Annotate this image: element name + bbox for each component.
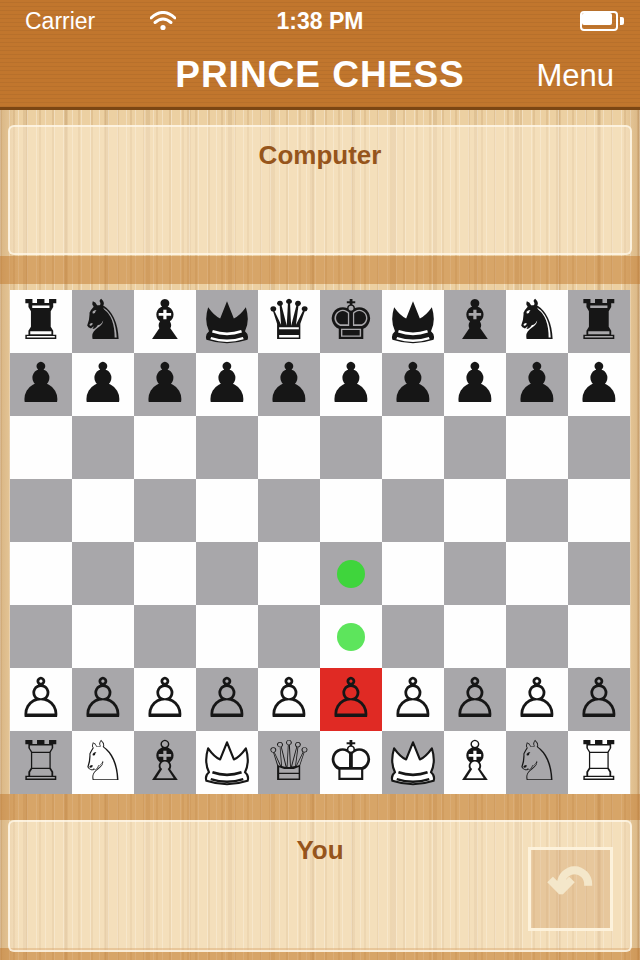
white-pawn: ♙ (140, 671, 189, 726)
board-square[interactable] (258, 416, 320, 479)
black-pawn: ♟ (202, 356, 251, 411)
black-pawn: ♟ (78, 356, 127, 411)
board-square[interactable] (10, 542, 72, 605)
board-square[interactable] (444, 416, 506, 479)
white-knight: ♘ (78, 734, 127, 789)
board-square[interactable]: ♘ (506, 731, 568, 794)
white-pawn: ♙ (202, 671, 251, 726)
board-square[interactable] (196, 542, 258, 605)
black-knight: ♞ (512, 293, 561, 348)
black-pawn: ♟ (16, 356, 65, 411)
board-square[interactable]: ♞ (506, 290, 568, 353)
board-square[interactable] (196, 479, 258, 542)
board-square[interactable] (506, 416, 568, 479)
board-square[interactable] (258, 479, 320, 542)
board-square[interactable]: ♙ (10, 668, 72, 731)
black-rook: ♜ (16, 293, 65, 348)
move-hint-dot[interactable] (337, 623, 365, 651)
board-square[interactable] (444, 542, 506, 605)
white-prince (387, 738, 439, 786)
white-pawn: ♙ (78, 671, 127, 726)
board-square[interactable] (444, 605, 506, 668)
board-square[interactable] (10, 479, 72, 542)
board-square[interactable] (506, 479, 568, 542)
board-square[interactable]: ♕ (258, 731, 320, 794)
board-square[interactable]: ♟ (320, 353, 382, 416)
board-square[interactable]: ♝ (444, 290, 506, 353)
board-square[interactable]: ♟ (196, 353, 258, 416)
board-square[interactable] (568, 542, 630, 605)
black-prince (387, 297, 439, 345)
clock: 1:38 PM (0, 8, 640, 35)
board: ♜♞♝♛♚♝♞♜♟♟♟♟♟♟♟♟♟♟♙♙♙♙♙♙♙♙♙♙♖♘♗♕♔♗♘♖ (10, 290, 630, 794)
board-square[interactable]: ♟ (134, 353, 196, 416)
board-square[interactable] (10, 605, 72, 668)
white-bishop: ♗ (450, 734, 499, 789)
board-square[interactable] (382, 479, 444, 542)
board-square[interactable] (196, 290, 258, 353)
board-square[interactable]: ♙ (568, 668, 630, 731)
board-square[interactable] (72, 416, 134, 479)
status-bar: Carrier 1:38 PM (0, 0, 640, 40)
board-square[interactable] (134, 416, 196, 479)
board-square[interactable]: ♞ (72, 290, 134, 353)
wood-divider (0, 256, 640, 284)
board-square[interactable] (320, 416, 382, 479)
white-pawn: ♙ (264, 671, 313, 726)
board-square[interactable]: ♟ (10, 353, 72, 416)
board-square[interactable]: ♖ (568, 731, 630, 794)
header: Carrier 1:38 PM PRINCE CHESS Menu (0, 0, 640, 110)
board-square[interactable]: ♚ (320, 290, 382, 353)
black-pawn: ♟ (326, 356, 375, 411)
undo-button[interactable]: ↶ (528, 847, 613, 931)
board-square[interactable] (320, 605, 382, 668)
board-square[interactable] (196, 605, 258, 668)
white-bishop: ♗ (140, 734, 189, 789)
black-pawn: ♟ (388, 356, 437, 411)
undo-arrow-icon: ↶ (549, 855, 593, 915)
white-prince (201, 738, 253, 786)
board-square[interactable] (568, 605, 630, 668)
white-pawn: ♙ (450, 671, 499, 726)
black-rook: ♜ (574, 293, 623, 348)
board-square[interactable]: ♙ (320, 668, 382, 731)
move-hint-dot[interactable] (337, 560, 365, 588)
board-square[interactable]: ♜ (10, 290, 72, 353)
board-square[interactable]: ♜ (568, 290, 630, 353)
black-queen: ♛ (264, 293, 313, 348)
board-square[interactable] (568, 479, 630, 542)
white-pawn: ♙ (574, 671, 623, 726)
board-square[interactable] (382, 731, 444, 794)
black-king: ♚ (326, 293, 375, 348)
board-square[interactable] (568, 416, 630, 479)
white-rook: ♖ (574, 734, 623, 789)
black-bishop: ♝ (140, 293, 189, 348)
board-square[interactable] (196, 731, 258, 794)
board-square[interactable]: ♙ (196, 668, 258, 731)
board-square[interactable] (72, 479, 134, 542)
black-prince (201, 297, 253, 345)
board-square[interactable] (506, 605, 568, 668)
board-square[interactable] (382, 290, 444, 353)
battery-icon (580, 11, 626, 33)
menu-button[interactable]: Menu (536, 58, 614, 94)
board-square[interactable] (134, 542, 196, 605)
board-square[interactable] (196, 416, 258, 479)
black-pawn: ♟ (512, 356, 561, 411)
board-square[interactable]: ♟ (506, 353, 568, 416)
black-knight: ♞ (78, 293, 127, 348)
opponent-panel: Computer (8, 125, 632, 255)
board-square[interactable]: ♝ (134, 290, 196, 353)
board-square[interactable] (382, 416, 444, 479)
board-square[interactable]: ♔ (320, 731, 382, 794)
board-square[interactable]: ♙ (258, 668, 320, 731)
nav-bar: PRINCE CHESS Menu (0, 40, 640, 107)
board-square[interactable]: ♘ (72, 731, 134, 794)
white-pawn: ♙ (16, 671, 65, 726)
board-square[interactable] (72, 542, 134, 605)
board-square[interactable] (134, 605, 196, 668)
board-square[interactable]: ♙ (72, 668, 134, 731)
wood-divider (0, 794, 640, 820)
app-screen: Carrier 1:38 PM PRINCE CHESS Menu Comput… (0, 0, 640, 960)
board-square[interactable] (320, 479, 382, 542)
board-square[interactable]: ♙ (444, 668, 506, 731)
board-square[interactable]: ♗ (444, 731, 506, 794)
board-square[interactable] (320, 542, 382, 605)
board-square[interactable]: ♛ (258, 290, 320, 353)
black-pawn: ♟ (264, 356, 313, 411)
player-panel: You ↶ (8, 820, 632, 952)
board-square[interactable]: ♙ (506, 668, 568, 731)
board-square[interactable] (382, 542, 444, 605)
board-square[interactable] (382, 605, 444, 668)
board-square[interactable]: ♙ (382, 668, 444, 731)
white-pawn: ♙ (512, 671, 561, 726)
board-square[interactable] (258, 605, 320, 668)
board-square[interactable] (506, 542, 568, 605)
black-pawn: ♟ (450, 356, 499, 411)
board-square[interactable] (134, 479, 196, 542)
black-pawn: ♟ (140, 356, 189, 411)
board-square[interactable]: ♟ (72, 353, 134, 416)
white-pawn: ♙ (388, 671, 437, 726)
board-square[interactable] (10, 416, 72, 479)
board-square[interactable]: ♗ (134, 731, 196, 794)
board-square[interactable]: ♟ (258, 353, 320, 416)
opponent-label: Computer (10, 140, 630, 171)
board-square[interactable]: ♟ (382, 353, 444, 416)
white-pawn: ♙ (326, 671, 375, 726)
white-knight: ♘ (512, 734, 561, 789)
board-square[interactable]: ♙ (134, 668, 196, 731)
board-square[interactable]: ♟ (444, 353, 506, 416)
white-rook: ♖ (16, 734, 65, 789)
board-square[interactable] (72, 605, 134, 668)
white-queen: ♕ (264, 734, 313, 789)
black-pawn: ♟ (574, 356, 623, 411)
board-square[interactable]: ♖ (10, 731, 72, 794)
board-square[interactable] (258, 542, 320, 605)
white-king: ♔ (326, 734, 375, 789)
board-square[interactable]: ♟ (568, 353, 630, 416)
board-square[interactable] (444, 479, 506, 542)
black-bishop: ♝ (450, 293, 499, 348)
